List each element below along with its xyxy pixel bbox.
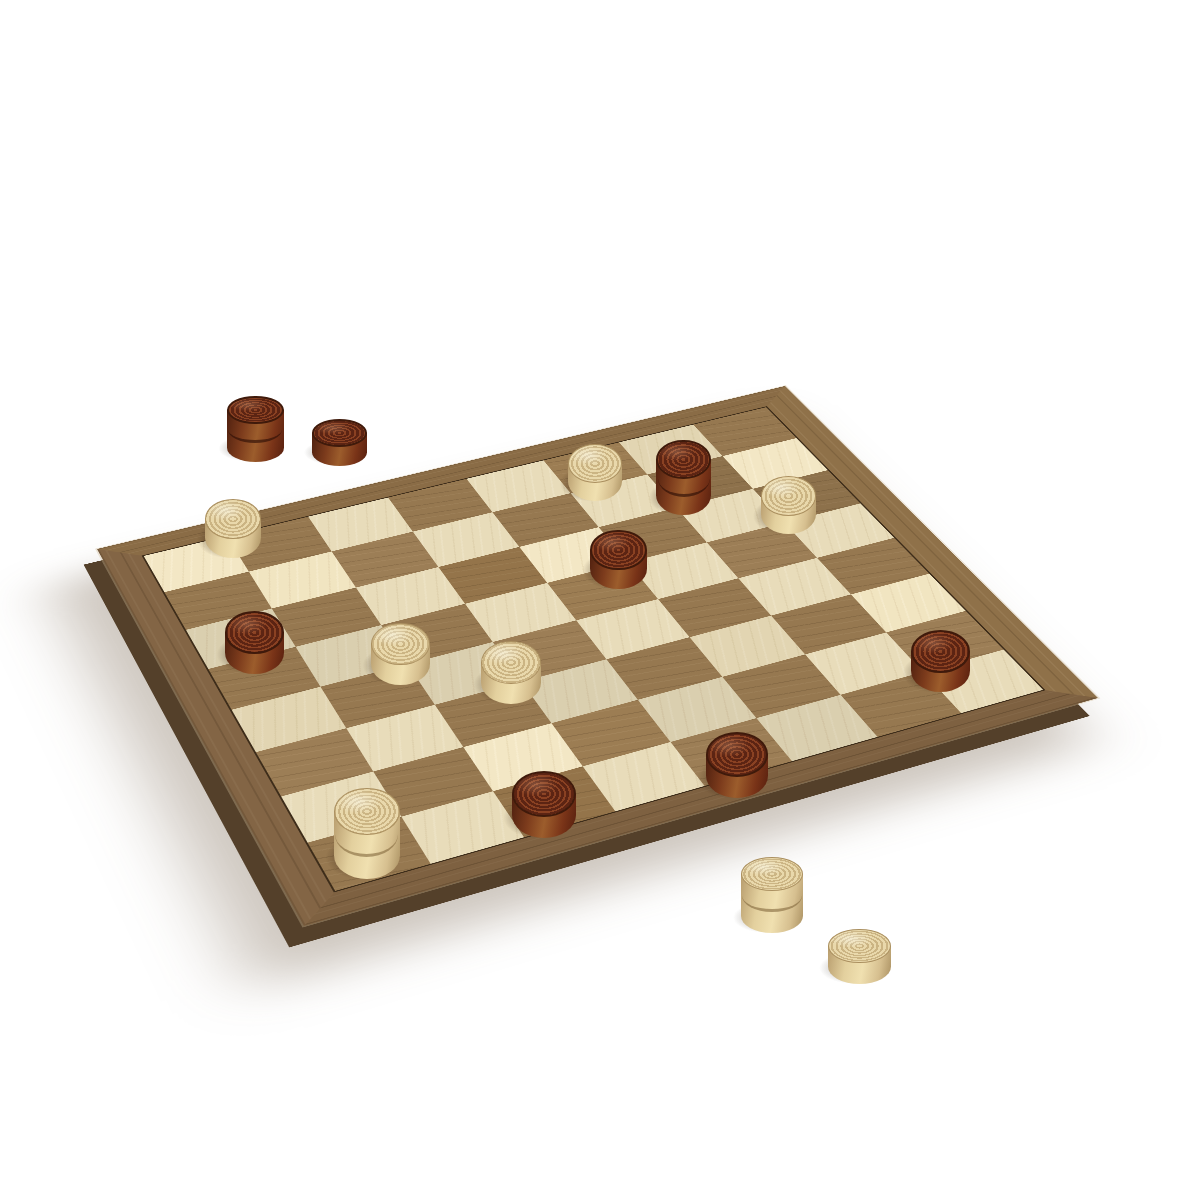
checker-light-offboard-o4[interactable] bbox=[828, 929, 891, 985]
checker-dark-p11[interactable] bbox=[512, 771, 576, 838]
piece-top-rings bbox=[828, 929, 891, 964]
checker-light-stack-offboard-o3[interactable] bbox=[741, 857, 803, 933]
checker-dark-p10[interactable] bbox=[706, 732, 769, 798]
checker-light-p7[interactable] bbox=[481, 641, 541, 704]
piece-top-rings bbox=[568, 444, 622, 483]
piece-top-rings bbox=[590, 530, 646, 571]
piece-top-rings bbox=[911, 630, 971, 673]
checker-dark-stack-offboard-o1[interactable] bbox=[227, 396, 284, 463]
piece-top-rings bbox=[761, 476, 816, 516]
checker-light-p1[interactable] bbox=[568, 444, 622, 501]
checker-light-p6[interactable] bbox=[371, 623, 430, 685]
piece-top-rings bbox=[512, 771, 576, 817]
checker-dark-stack-p2[interactable] bbox=[656, 440, 711, 516]
checker-dark-offboard-o2[interactable] bbox=[312, 419, 367, 466]
piece-top-rings bbox=[225, 611, 284, 654]
piece-top-rings bbox=[656, 440, 711, 479]
piece-top-rings bbox=[312, 419, 367, 447]
piece-top-rings bbox=[741, 857, 803, 891]
checker-light-p4[interactable] bbox=[205, 499, 261, 558]
piece-top-rings bbox=[227, 396, 284, 425]
product-photo-scene bbox=[0, 0, 1200, 1200]
piece-top-rings bbox=[371, 623, 430, 666]
piece-top-rings bbox=[205, 499, 261, 540]
checker-light-stack-p12[interactable] bbox=[334, 788, 400, 879]
checker-dark-p9[interactable] bbox=[911, 630, 971, 693]
piece-top-rings bbox=[334, 788, 400, 835]
checker-light-p3[interactable] bbox=[761, 476, 816, 534]
checker-dark-p5[interactable] bbox=[590, 530, 646, 589]
checker-dark-p8[interactable] bbox=[225, 611, 284, 673]
